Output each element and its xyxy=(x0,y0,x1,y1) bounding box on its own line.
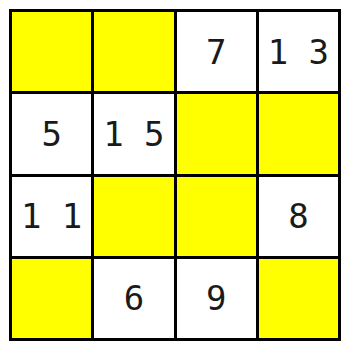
puzzle-page: 71 351 51 1869 xyxy=(0,0,350,350)
grid-cell-r2c2[interactable] xyxy=(177,177,256,256)
grid-cell-r3c2[interactable]: 9 xyxy=(177,259,256,338)
grid-cell-r1c3[interactable] xyxy=(259,94,338,173)
grid-cell-r1c0[interactable]: 5 xyxy=(12,94,91,173)
grid-cell-r0c2[interactable]: 7 xyxy=(177,12,256,91)
grid-cell-r3c1[interactable]: 6 xyxy=(94,259,173,338)
grid-cell-r2c1[interactable] xyxy=(94,177,173,256)
grid-cell-r2c0[interactable]: 1 1 xyxy=(12,177,91,256)
grid-cell-r1c1[interactable]: 1 5 xyxy=(94,94,173,173)
puzzle-board: 71 351 51 1869 xyxy=(9,9,341,341)
grid-cell-r0c3[interactable]: 1 3 xyxy=(259,12,338,91)
grid-cell-r3c0[interactable] xyxy=(12,259,91,338)
grid-cell-r3c3[interactable] xyxy=(259,259,338,338)
grid-cell-r0c0[interactable] xyxy=(12,12,91,91)
grid-cell-r2c3[interactable]: 8 xyxy=(259,177,338,256)
grid-cell-r0c1[interactable] xyxy=(94,12,173,91)
grid-cell-r1c2[interactable] xyxy=(177,94,256,173)
